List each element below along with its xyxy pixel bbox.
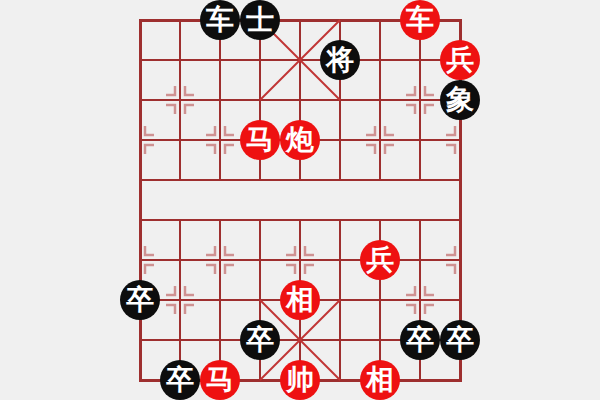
piece-black-soldier[interactable]: 卒: [240, 320, 280, 360]
pieces-grid: 车士车将兵象马炮兵卒相卒卒卒卒马帅相: [120, 0, 480, 400]
piece-red-elephant[interactable]: 相: [360, 360, 400, 400]
piece-red-horse[interactable]: 马: [200, 360, 240, 400]
piece-black-general[interactable]: 将: [320, 40, 360, 80]
piece-red-soldier[interactable]: 兵: [440, 40, 480, 80]
piece-black-soldier[interactable]: 卒: [120, 280, 160, 320]
piece-red-soldier[interactable]: 兵: [360, 240, 400, 280]
piece-red-general[interactable]: 帅: [280, 360, 320, 400]
piece-black-soldier[interactable]: 卒: [440, 320, 480, 360]
piece-black-soldier[interactable]: 卒: [160, 360, 200, 400]
piece-red-cannon[interactable]: 炮: [280, 120, 320, 160]
piece-black-advisor[interactable]: 士: [240, 0, 280, 40]
piece-red-horse[interactable]: 马: [240, 120, 280, 160]
piece-red-chariot[interactable]: 车: [400, 0, 440, 40]
piece-black-soldier[interactable]: 卒: [400, 320, 440, 360]
piece-red-elephant[interactable]: 相: [280, 280, 320, 320]
piece-black-elephant[interactable]: 象: [440, 80, 480, 120]
xiangqi-board: 车士车将兵象马炮兵卒相卒卒卒卒马帅相: [0, 0, 600, 400]
piece-black-chariot[interactable]: 车: [200, 0, 240, 40]
